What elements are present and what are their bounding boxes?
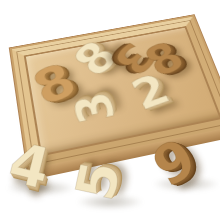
product-photo: 883832 459 xyxy=(0,0,220,220)
loose-pieces-area: 459 xyxy=(0,0,220,220)
